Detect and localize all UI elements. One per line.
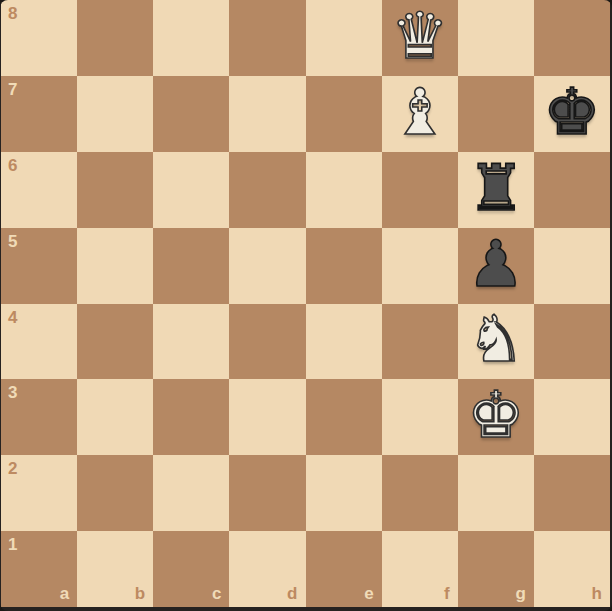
square-a4[interactable]: 4 bbox=[1, 304, 77, 380]
square-d5[interactable] bbox=[229, 228, 305, 304]
square-c5[interactable] bbox=[153, 228, 229, 304]
square-h5[interactable] bbox=[534, 228, 610, 304]
square-a5[interactable]: 5 bbox=[1, 228, 77, 304]
file-label-c: c bbox=[212, 585, 221, 602]
square-e2[interactable] bbox=[306, 455, 382, 531]
chess-board-frame: 8♛7♝♚6♜5♟4♞3♚21abcdefgh bbox=[0, 0, 612, 611]
square-g6[interactable]: ♜ bbox=[458, 152, 534, 228]
file-label-a: a bbox=[60, 585, 69, 602]
square-a1[interactable]: 1a bbox=[1, 531, 77, 607]
square-c2[interactable] bbox=[153, 455, 229, 531]
square-c7[interactable] bbox=[153, 76, 229, 152]
square-e8[interactable] bbox=[306, 0, 382, 76]
piece-white-bishop[interactable]: ♝ bbox=[391, 80, 448, 144]
rank-label-1: 1 bbox=[8, 536, 17, 553]
square-d7[interactable] bbox=[229, 76, 305, 152]
square-c3[interactable] bbox=[153, 379, 229, 455]
square-f1[interactable]: f bbox=[382, 531, 458, 607]
square-a6[interactable]: 6 bbox=[1, 152, 77, 228]
rank-label-4: 4 bbox=[8, 309, 17, 326]
square-b4[interactable] bbox=[77, 304, 153, 380]
square-h6[interactable] bbox=[534, 152, 610, 228]
square-f5[interactable] bbox=[382, 228, 458, 304]
square-c6[interactable] bbox=[153, 152, 229, 228]
rank-label-2: 2 bbox=[8, 460, 17, 477]
square-d8[interactable] bbox=[229, 0, 305, 76]
square-a7[interactable]: 7 bbox=[1, 76, 77, 152]
chess-board: 8♛7♝♚6♜5♟4♞3♚21abcdefgh bbox=[1, 0, 610, 607]
square-b2[interactable] bbox=[77, 455, 153, 531]
square-c1[interactable]: c bbox=[153, 531, 229, 607]
square-d1[interactable]: d bbox=[229, 531, 305, 607]
square-g4[interactable]: ♞ bbox=[458, 304, 534, 380]
square-b8[interactable] bbox=[77, 0, 153, 76]
square-e7[interactable] bbox=[306, 76, 382, 152]
square-g7[interactable] bbox=[458, 76, 534, 152]
file-label-b: b bbox=[135, 585, 145, 602]
square-h8[interactable] bbox=[534, 0, 610, 76]
square-e3[interactable] bbox=[306, 379, 382, 455]
rank-label-6: 6 bbox=[8, 157, 17, 174]
square-h4[interactable] bbox=[534, 304, 610, 380]
square-h7[interactable]: ♚ bbox=[534, 76, 610, 152]
square-a3[interactable]: 3 bbox=[1, 379, 77, 455]
piece-white-king[interactable]: ♚ bbox=[467, 383, 524, 447]
square-g5[interactable]: ♟ bbox=[458, 228, 534, 304]
square-g2[interactable] bbox=[458, 455, 534, 531]
square-f3[interactable] bbox=[382, 379, 458, 455]
square-h3[interactable] bbox=[534, 379, 610, 455]
square-d4[interactable] bbox=[229, 304, 305, 380]
square-e5[interactable] bbox=[306, 228, 382, 304]
file-label-h: h bbox=[592, 585, 602, 602]
square-b6[interactable] bbox=[77, 152, 153, 228]
file-label-g: g bbox=[515, 585, 525, 602]
square-b7[interactable] bbox=[77, 76, 153, 152]
rank-label-7: 7 bbox=[8, 81, 17, 98]
file-label-e: e bbox=[364, 585, 373, 602]
rank-label-3: 3 bbox=[8, 384, 17, 401]
square-h1[interactable]: h bbox=[534, 531, 610, 607]
square-h2[interactable] bbox=[534, 455, 610, 531]
square-f4[interactable] bbox=[382, 304, 458, 380]
square-a8[interactable]: 8 bbox=[1, 0, 77, 76]
square-f7[interactable]: ♝ bbox=[382, 76, 458, 152]
square-b5[interactable] bbox=[77, 228, 153, 304]
square-d2[interactable] bbox=[229, 455, 305, 531]
square-g1[interactable]: g bbox=[458, 531, 534, 607]
square-a2[interactable]: 2 bbox=[1, 455, 77, 531]
square-b3[interactable] bbox=[77, 379, 153, 455]
square-f2[interactable] bbox=[382, 455, 458, 531]
square-d3[interactable] bbox=[229, 379, 305, 455]
rank-label-8: 8 bbox=[8, 5, 17, 22]
square-f6[interactable] bbox=[382, 152, 458, 228]
square-d6[interactable] bbox=[229, 152, 305, 228]
file-label-f: f bbox=[444, 585, 450, 602]
square-e4[interactable] bbox=[306, 304, 382, 380]
square-c8[interactable] bbox=[153, 0, 229, 76]
piece-white-queen[interactable]: ♛ bbox=[391, 4, 448, 68]
piece-black-pawn[interactable]: ♟ bbox=[467, 232, 524, 296]
file-label-d: d bbox=[287, 585, 297, 602]
square-e6[interactable] bbox=[306, 152, 382, 228]
square-c4[interactable] bbox=[153, 304, 229, 380]
square-b1[interactable]: b bbox=[77, 531, 153, 607]
piece-black-rook[interactable]: ♜ bbox=[467, 156, 524, 220]
piece-black-king[interactable]: ♚ bbox=[543, 80, 600, 144]
rank-label-5: 5 bbox=[8, 233, 17, 250]
square-g3[interactable]: ♚ bbox=[458, 379, 534, 455]
piece-white-knight[interactable]: ♞ bbox=[467, 307, 524, 371]
square-f8[interactable]: ♛ bbox=[382, 0, 458, 76]
square-g8[interactable] bbox=[458, 0, 534, 76]
square-e1[interactable]: e bbox=[306, 531, 382, 607]
